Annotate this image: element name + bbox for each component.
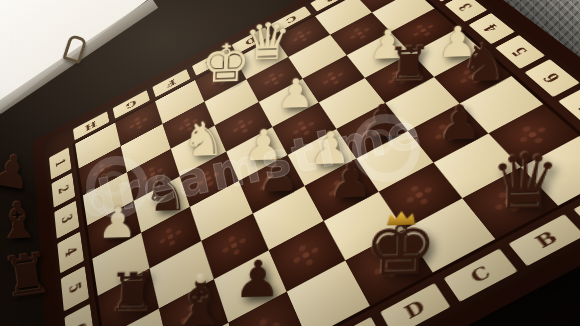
- coord-label-6: 6: [525, 59, 580, 97]
- coord-label-5: 5: [61, 266, 89, 312]
- captured-dark-rook[interactable]: ♜: [0, 245, 56, 307]
- black-bishop-g7[interactable]: ♝: [168, 270, 231, 326]
- chess-photo-stage: HGFEDCBA HGFEDCBA 12345678 12345678 ♚♛♞♟…: [0, 0, 580, 326]
- black-king-d8[interactable]: ♚: [362, 207, 438, 288]
- black-pawn-f7[interactable]: ♟: [233, 253, 282, 305]
- coord-label-6: 6: [64, 304, 94, 326]
- square-h6[interactable]: ♜: [98, 268, 159, 326]
- light-finial-g7: [195, 273, 206, 283]
- captured-dark-bishop[interactable]: ♝: [0, 194, 43, 247]
- square-g7[interactable]: ♝: [159, 279, 228, 326]
- black-knight-a5[interactable]: ♞: [458, 36, 509, 90]
- black-queen-b8[interactable]: ♛: [488, 143, 561, 221]
- coord-label-4: 4: [57, 231, 84, 273]
- gold-crown-on-d8: [386, 209, 415, 226]
